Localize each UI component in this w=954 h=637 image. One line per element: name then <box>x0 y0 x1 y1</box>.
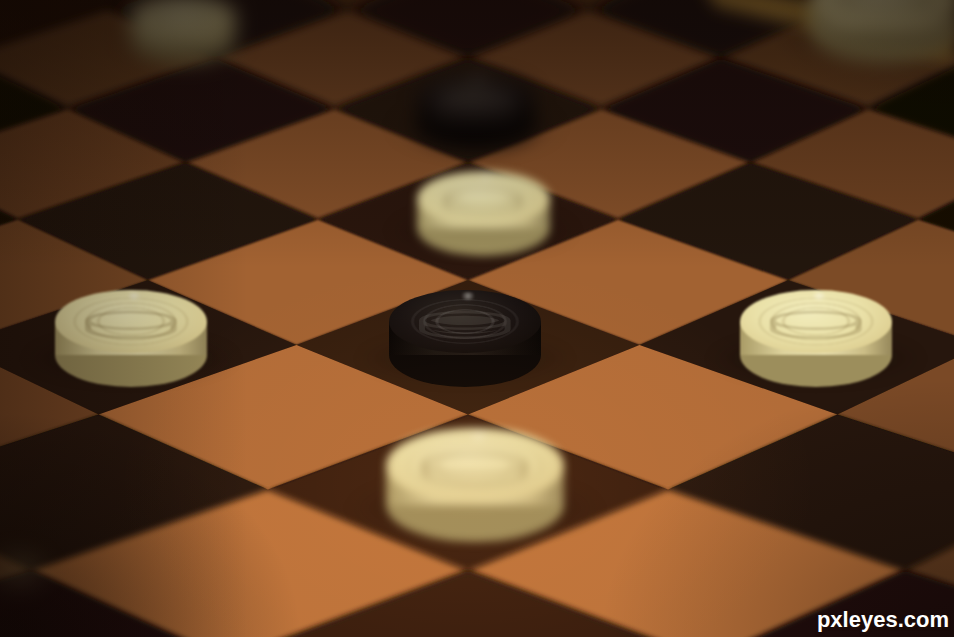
piece-white-man-c3[interactable]: ⛀ <box>386 428 563 541</box>
piece-white-man-offboard[interactable]: ⛀ <box>810 0 954 62</box>
checkers-photo-scene: ⛀⛀⛂⛀⛀⛀⛂⛀ pxleyes.com <box>0 0 954 637</box>
piece-top-face: ⛂ <box>389 290 541 354</box>
piece-white-man-e3[interactable]: ⛀ <box>740 290 892 387</box>
draughts-glyph: ⛀ <box>417 187 550 210</box>
watermark: pxleyes.com <box>817 607 949 633</box>
draughts-glyph: ⛀ <box>130 8 236 27</box>
piece-white-man-c5[interactable]: ⛀ <box>55 290 207 387</box>
draughts-glyph: ⛀ <box>386 450 563 481</box>
specular-highlight <box>125 292 143 300</box>
piece-top-face: ⛀ <box>740 290 892 354</box>
piece-top-face: ⛀ <box>55 290 207 354</box>
piece-top-face: ⛀ <box>386 428 563 502</box>
draughts-glyph: ⛂ <box>417 88 535 109</box>
specular-highlight <box>459 292 477 300</box>
piece-black-man-f6[interactable]: ⛂ <box>417 74 535 150</box>
draughts-glyph: ⛀ <box>55 308 207 335</box>
piece-white-man-f8[interactable]: ⛀ <box>130 0 236 63</box>
piece-top-face: ⛀ <box>417 171 550 227</box>
piece-white-man-e5[interactable]: ⛀ <box>417 171 550 256</box>
draughts-glyph: ⛀ <box>810 0 954 10</box>
piece-top-face: ⛂ <box>417 74 535 124</box>
piece-black-man-d4[interactable]: ⛂ <box>389 290 541 387</box>
draughts-glyph: ⛀ <box>740 308 892 335</box>
specular-highlight <box>810 292 828 300</box>
draughts-glyph: ⛂ <box>389 308 541 335</box>
